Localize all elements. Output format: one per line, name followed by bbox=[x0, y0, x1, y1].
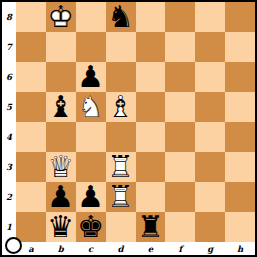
square-f2[interactable] bbox=[165, 182, 195, 212]
black-rook-e1[interactable]: ♜ bbox=[136, 212, 166, 242]
rank-label-2: 2 bbox=[2, 182, 16, 212]
rank-label-8: 8 bbox=[2, 2, 16, 32]
file-label-g: g bbox=[195, 242, 225, 256]
piece-outline: ♘ bbox=[76, 92, 106, 122]
file-label-h: h bbox=[225, 242, 255, 256]
square-c6[interactable]: ♟ bbox=[76, 62, 106, 92]
square-g6[interactable] bbox=[195, 62, 225, 92]
square-g5[interactable] bbox=[195, 92, 225, 122]
rank-label-7: 7 bbox=[2, 32, 16, 62]
square-d6[interactable] bbox=[106, 62, 136, 92]
file-label-f: f bbox=[165, 242, 195, 256]
square-b6[interactable] bbox=[46, 62, 76, 92]
piece-outline: ♕ bbox=[46, 152, 76, 182]
white-rook-d2[interactable]: ♜♖ bbox=[106, 182, 136, 212]
square-b3[interactable]: ♛♕ bbox=[46, 152, 76, 182]
square-f6[interactable] bbox=[165, 62, 195, 92]
square-a5[interactable] bbox=[16, 92, 46, 122]
square-f7[interactable] bbox=[165, 32, 195, 62]
white-rook-d3[interactable]: ♜♖ bbox=[106, 152, 136, 182]
square-b5[interactable]: ♝ bbox=[46, 92, 76, 122]
white-queen-b3[interactable]: ♛♕ bbox=[46, 152, 76, 182]
square-e1[interactable]: ♜ bbox=[136, 212, 166, 242]
rank-label-6: 6 bbox=[2, 62, 16, 92]
rank-label-3: 3 bbox=[2, 152, 16, 182]
square-f1[interactable] bbox=[165, 212, 195, 242]
square-d2[interactable]: ♜♖ bbox=[106, 182, 136, 212]
white-king-b8[interactable]: ♚♔ bbox=[46, 2, 76, 32]
square-a1[interactable] bbox=[16, 212, 46, 242]
file-label-e: e bbox=[136, 242, 166, 256]
square-g3[interactable] bbox=[195, 152, 225, 182]
square-d1[interactable] bbox=[106, 212, 136, 242]
chess-diagram-frame: 87654321 ♚♔♞♟♝♞♘♝♗♛♕♜♖♟♟♜♖♛♚♜ abcdefgh bbox=[0, 0, 257, 257]
square-h2[interactable] bbox=[225, 182, 255, 212]
square-h1[interactable] bbox=[225, 212, 255, 242]
square-b8[interactable]: ♚♔ bbox=[46, 2, 76, 32]
file-label-b: b bbox=[46, 242, 76, 256]
square-c1[interactable]: ♚ bbox=[76, 212, 106, 242]
black-pawn-b2[interactable]: ♟ bbox=[46, 182, 76, 212]
black-bishop-b5[interactable]: ♝ bbox=[46, 92, 76, 122]
square-a4[interactable] bbox=[16, 122, 46, 152]
square-g8[interactable] bbox=[195, 2, 225, 32]
black-pawn-c6[interactable]: ♟ bbox=[76, 62, 106, 92]
white-bishop-d5[interactable]: ♝♗ bbox=[106, 92, 136, 122]
square-b1[interactable]: ♛ bbox=[46, 212, 76, 242]
rank-label-5: 5 bbox=[2, 92, 16, 122]
piece-outline: ♖ bbox=[106, 182, 136, 212]
square-c7[interactable] bbox=[76, 32, 106, 62]
square-e4[interactable] bbox=[136, 122, 166, 152]
black-knight-d8[interactable]: ♞ bbox=[106, 2, 136, 32]
rank-labels: 87654321 bbox=[2, 2, 16, 242]
black-pawn-c2[interactable]: ♟ bbox=[76, 182, 106, 212]
square-g4[interactable] bbox=[195, 122, 225, 152]
square-f4[interactable] bbox=[165, 122, 195, 152]
square-e5[interactable] bbox=[136, 92, 166, 122]
square-c3[interactable] bbox=[76, 152, 106, 182]
square-g2[interactable] bbox=[195, 182, 225, 212]
square-d4[interactable] bbox=[106, 122, 136, 152]
square-e7[interactable] bbox=[136, 32, 166, 62]
square-g1[interactable] bbox=[195, 212, 225, 242]
square-a3[interactable] bbox=[16, 152, 46, 182]
piece-outline: ♖ bbox=[106, 152, 136, 182]
file-label-c: c bbox=[76, 242, 106, 256]
square-c8[interactable] bbox=[76, 2, 106, 32]
square-f5[interactable] bbox=[165, 92, 195, 122]
chess-board: ♚♔♞♟♝♞♘♝♗♛♕♜♖♟♟♜♖♛♚♜ bbox=[16, 2, 255, 242]
square-c5[interactable]: ♞♘ bbox=[76, 92, 106, 122]
piece-outline: ♔ bbox=[46, 2, 76, 32]
square-c4[interactable] bbox=[76, 122, 106, 152]
square-e6[interactable] bbox=[136, 62, 166, 92]
square-h4[interactable] bbox=[225, 122, 255, 152]
square-e3[interactable] bbox=[136, 152, 166, 182]
rank-label-4: 4 bbox=[2, 122, 16, 152]
square-b4[interactable] bbox=[46, 122, 76, 152]
square-g7[interactable] bbox=[195, 32, 225, 62]
square-e2[interactable] bbox=[136, 182, 166, 212]
side-to-move-indicator bbox=[5, 237, 22, 254]
square-d8[interactable]: ♞ bbox=[106, 2, 136, 32]
board-corner bbox=[2, 242, 16, 256]
square-a6[interactable] bbox=[16, 62, 46, 92]
white-knight-c5[interactable]: ♞♘ bbox=[76, 92, 106, 122]
square-d3[interactable]: ♜♖ bbox=[106, 152, 136, 182]
square-b7[interactable] bbox=[46, 32, 76, 62]
piece-outline: ♗ bbox=[106, 92, 136, 122]
black-king-c1[interactable]: ♚ bbox=[76, 212, 106, 242]
square-h7[interactable] bbox=[225, 32, 255, 62]
square-d5[interactable]: ♝♗ bbox=[106, 92, 136, 122]
square-h5[interactable] bbox=[225, 92, 255, 122]
square-h6[interactable] bbox=[225, 62, 255, 92]
square-h8[interactable] bbox=[225, 2, 255, 32]
square-f8[interactable] bbox=[165, 2, 195, 32]
black-queen-b1[interactable]: ♛ bbox=[46, 212, 76, 242]
square-d7[interactable] bbox=[106, 32, 136, 62]
square-b2[interactable]: ♟ bbox=[46, 182, 76, 212]
file-label-d: d bbox=[106, 242, 136, 256]
square-e8[interactable] bbox=[136, 2, 166, 32]
square-h3[interactable] bbox=[225, 152, 255, 182]
square-a7[interactable] bbox=[16, 32, 46, 62]
square-f3[interactable] bbox=[165, 152, 195, 182]
square-c2[interactable]: ♟ bbox=[76, 182, 106, 212]
file-labels: abcdefgh bbox=[16, 242, 255, 256]
square-a2[interactable] bbox=[16, 182, 46, 212]
square-a8[interactable] bbox=[16, 2, 46, 32]
